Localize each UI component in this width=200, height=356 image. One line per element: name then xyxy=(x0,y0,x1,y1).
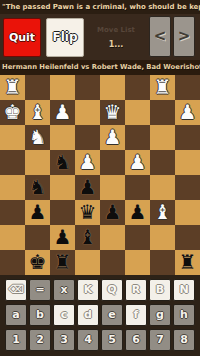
flip-button[interactable]: Flip xyxy=(46,18,84,57)
key-b[interactable]: b xyxy=(29,304,51,326)
black-knight-piece: ♞ xyxy=(25,175,50,200)
board-square[interactable]: ♟ xyxy=(50,225,75,250)
board-square[interactable]: ♝ xyxy=(75,225,100,250)
black-bishop-piece: ♝ xyxy=(75,225,100,250)
move-entry-keyboard: ⌫=xKQRBNabcdefgh12345678 xyxy=(0,275,200,356)
key-=[interactable]: = xyxy=(29,279,51,301)
board-square[interactable] xyxy=(150,250,175,275)
key-B[interactable]: B xyxy=(149,279,171,301)
chess-board: ♜♜♚♝♟♛♟♞♟♞♟♟♞♟♟♛♟♟♝♟♝♚♜♜ xyxy=(0,75,200,275)
white-bishop-piece: ♝ xyxy=(150,200,175,225)
board-square[interactable] xyxy=(0,175,25,200)
black-king-piece: ♚ xyxy=(25,250,50,275)
board-square[interactable]: ♟ xyxy=(75,150,100,175)
keyboard-row: 12345678 xyxy=(0,329,200,351)
key-3[interactable]: 3 xyxy=(53,329,75,351)
key-N[interactable]: N xyxy=(173,279,195,301)
board-square[interactable] xyxy=(125,75,150,100)
key-f[interactable]: f xyxy=(125,304,147,326)
board-square[interactable] xyxy=(50,175,75,200)
board-square[interactable]: ♟ xyxy=(75,175,100,200)
board-square[interactable] xyxy=(150,150,175,175)
board-square[interactable]: ♝ xyxy=(25,100,50,125)
key-a[interactable]: a xyxy=(5,304,27,326)
key-2[interactable]: 2 xyxy=(29,329,51,351)
board-square[interactable] xyxy=(100,175,125,200)
board-square[interactable] xyxy=(175,125,200,150)
board-square[interactable] xyxy=(150,175,175,200)
white-rook-piece: ♜ xyxy=(0,75,25,100)
board-square[interactable]: ♚ xyxy=(0,100,25,125)
backspace-key[interactable]: ⌫ xyxy=(5,279,27,301)
key-d[interactable]: d xyxy=(77,304,99,326)
key-R[interactable]: R xyxy=(125,279,147,301)
white-king-piece: ♚ xyxy=(0,100,25,125)
black-queen-piece: ♛ xyxy=(75,200,100,225)
key-x[interactable]: x xyxy=(53,279,75,301)
board-square[interactable]: ♞ xyxy=(25,175,50,200)
board-square[interactable] xyxy=(25,150,50,175)
move-list-area: Move List 1... xyxy=(86,14,146,60)
key-h[interactable]: h xyxy=(173,304,195,326)
board-square[interactable] xyxy=(50,200,75,225)
prev-move-button[interactable]: < xyxy=(149,16,171,57)
board-square[interactable]: ♟ xyxy=(100,200,125,225)
board-square[interactable] xyxy=(100,150,125,175)
board-square[interactable] xyxy=(75,100,100,125)
key-e[interactable]: e xyxy=(101,304,123,326)
black-pawn-piece: ♟ xyxy=(75,175,100,200)
board-square[interactable]: ♜ xyxy=(0,75,25,100)
board-square[interactable]: ♟ xyxy=(125,150,150,175)
white-pawn-piece: ♟ xyxy=(50,100,75,125)
board-square[interactable] xyxy=(175,225,200,250)
key-K[interactable]: K xyxy=(77,279,99,301)
board-square[interactable] xyxy=(0,125,25,150)
board-square[interactable] xyxy=(100,225,125,250)
board-square[interactable] xyxy=(0,225,25,250)
board-square[interactable] xyxy=(0,250,25,275)
board-square[interactable]: ♛ xyxy=(100,100,125,125)
board-square[interactable] xyxy=(75,75,100,100)
white-rook-piece: ♜ xyxy=(150,75,175,100)
board-square[interactable] xyxy=(0,200,25,225)
key-g[interactable]: g xyxy=(149,304,171,326)
board-square[interactable] xyxy=(125,175,150,200)
board-square[interactable]: ♟ xyxy=(175,100,200,125)
board-square[interactable] xyxy=(100,250,125,275)
key-7[interactable]: 7 xyxy=(149,329,171,351)
white-pawn-piece: ♟ xyxy=(100,125,125,150)
next-move-button[interactable]: > xyxy=(173,16,195,57)
black-pawn-piece: ♟ xyxy=(25,200,50,225)
board-square[interactable] xyxy=(150,100,175,125)
board-square[interactable] xyxy=(25,225,50,250)
white-bishop-piece: ♝ xyxy=(25,100,50,125)
board-square[interactable]: ♜ xyxy=(50,250,75,275)
white-knight-piece: ♞ xyxy=(25,125,50,150)
black-pawn-piece: ♟ xyxy=(50,225,75,250)
board-square[interactable]: ♞ xyxy=(50,150,75,175)
board-square[interactable] xyxy=(50,75,75,100)
keyboard-row: ⌫=xKQRBN xyxy=(0,279,200,301)
white-pawn-piece: ♟ xyxy=(175,100,200,125)
board-square[interactable]: ♜ xyxy=(150,75,175,100)
board-square[interactable]: ♟ xyxy=(25,200,50,225)
black-rook-piece: ♜ xyxy=(175,250,200,275)
key-8[interactable]: 8 xyxy=(173,329,195,351)
key-4[interactable]: 4 xyxy=(77,329,99,351)
board-square[interactable] xyxy=(100,75,125,100)
white-queen-piece: ♛ xyxy=(100,100,125,125)
board-square[interactable] xyxy=(125,125,150,150)
key-6[interactable]: 6 xyxy=(125,329,147,351)
control-bar: Quit Flip Move List 1... < > xyxy=(0,14,200,60)
black-pawn-piece: ♟ xyxy=(100,200,125,225)
move-list-button[interactable]: Move List xyxy=(86,26,146,34)
key-Q[interactable]: Q xyxy=(101,279,123,301)
board-square[interactable] xyxy=(25,75,50,100)
board-square[interactable]: ♟ xyxy=(50,100,75,125)
move-number-indicator: 1... xyxy=(86,40,146,49)
board-square[interactable] xyxy=(0,150,25,175)
chess-trainer-app: "The passed Pawn is a criminal, who shou… xyxy=(0,0,200,356)
black-knight-piece: ♞ xyxy=(50,150,75,175)
board-square[interactable] xyxy=(75,125,100,150)
board-square[interactable] xyxy=(125,225,150,250)
board-square[interactable] xyxy=(175,150,200,175)
quit-button[interactable]: Quit xyxy=(3,18,41,57)
board-square[interactable]: ♟ xyxy=(125,200,150,225)
board-square[interactable]: ♛ xyxy=(75,200,100,225)
board-square[interactable] xyxy=(125,250,150,275)
key-c[interactable]: c xyxy=(53,304,75,326)
board-square[interactable]: ♞ xyxy=(25,125,50,150)
black-pawn-piece: ♟ xyxy=(125,200,150,225)
board-square[interactable] xyxy=(50,125,75,150)
white-pawn-piece: ♟ xyxy=(75,150,100,175)
board-square[interactable]: ♚ xyxy=(25,250,50,275)
key-1[interactable]: 1 xyxy=(5,329,27,351)
board-square[interactable] xyxy=(175,200,200,225)
board-square[interactable]: ♟ xyxy=(100,125,125,150)
game-info-line: Hermann Heilenfeld vs Robert Wade, Bad W… xyxy=(0,60,200,75)
board-square[interactable] xyxy=(75,250,100,275)
board-square[interactable] xyxy=(175,75,200,100)
board-square[interactable] xyxy=(125,100,150,125)
black-rook-piece: ♜ xyxy=(50,250,75,275)
board-square[interactable]: ♜ xyxy=(175,250,200,275)
board-square[interactable] xyxy=(150,225,175,250)
key-5[interactable]: 5 xyxy=(101,329,123,351)
board-square[interactable]: ♝ xyxy=(150,200,175,225)
board-square[interactable] xyxy=(175,175,200,200)
board-square[interactable] xyxy=(150,125,175,150)
quote-bar: "The passed Pawn is a criminal, who shou… xyxy=(0,0,200,14)
white-pawn-piece: ♟ xyxy=(125,150,150,175)
keyboard-row: abcdefgh xyxy=(0,304,200,326)
